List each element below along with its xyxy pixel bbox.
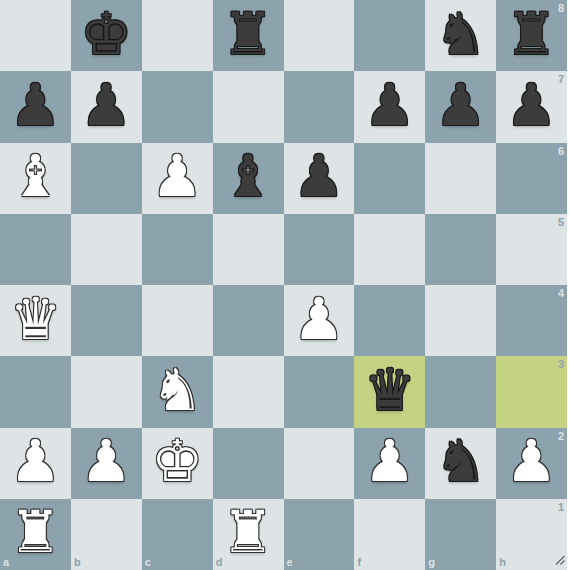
chess-board: ♚♜♞8♜♟♟♟♟7♟♝♟♝♟65♛♟4♞♛3♟♟♚♟♞2♟a♜bcd♜efg1… <box>0 0 567 570</box>
square-g8[interactable]: ♞ <box>425 0 496 71</box>
piece-white-bishop[interactable]: ♝ <box>9 147 61 205</box>
piece-white-pawn[interactable]: ♟ <box>506 432 558 490</box>
square-g4[interactable] <box>425 285 496 356</box>
piece-black-pawn[interactable]: ♟ <box>364 76 416 134</box>
square-a6[interactable]: ♝ <box>0 143 71 214</box>
coord-file-e: e <box>287 557 293 568</box>
square-f3[interactable]: ♛ <box>354 356 425 427</box>
square-d5[interactable] <box>213 214 284 285</box>
piece-white-queen[interactable]: ♛ <box>9 290 61 348</box>
piece-white-pawn[interactable]: ♟ <box>364 432 416 490</box>
piece-black-knight[interactable]: ♞ <box>435 432 487 490</box>
coord-rank-8: 8 <box>558 3 564 14</box>
square-d3[interactable] <box>213 356 284 427</box>
coord-rank-4: 4 <box>558 288 564 299</box>
piece-white-pawn[interactable]: ♟ <box>293 290 345 348</box>
coord-rank-5: 5 <box>558 217 564 228</box>
square-a7[interactable]: ♟ <box>0 71 71 142</box>
square-h8[interactable]: 8♜ <box>496 0 567 71</box>
piece-black-pawn[interactable]: ♟ <box>80 76 132 134</box>
piece-black-pawn[interactable]: ♟ <box>9 76 61 134</box>
square-e4[interactable]: ♟ <box>284 285 355 356</box>
square-c6[interactable]: ♟ <box>142 143 213 214</box>
resize-handle[interactable] <box>554 554 566 566</box>
coord-rank-7: 7 <box>558 74 564 85</box>
piece-white-knight[interactable]: ♞ <box>151 361 203 419</box>
square-a8[interactable] <box>0 0 71 71</box>
square-g5[interactable] <box>425 214 496 285</box>
square-c2[interactable]: ♚ <box>142 428 213 499</box>
square-a1[interactable]: a♜ <box>0 499 71 570</box>
piece-black-rook[interactable]: ♜ <box>222 5 274 63</box>
square-e1[interactable]: e <box>284 499 355 570</box>
square-g1[interactable]: g <box>425 499 496 570</box>
square-a5[interactable] <box>0 214 71 285</box>
square-f6[interactable] <box>354 143 425 214</box>
square-f5[interactable] <box>354 214 425 285</box>
piece-black-pawn[interactable]: ♟ <box>435 76 487 134</box>
square-e7[interactable] <box>284 71 355 142</box>
square-g3[interactable] <box>425 356 496 427</box>
piece-black-king[interactable]: ♚ <box>80 5 132 63</box>
piece-black-pawn[interactable]: ♟ <box>293 147 345 205</box>
coord-file-a: a <box>3 557 9 568</box>
square-b1[interactable]: b <box>71 499 142 570</box>
square-f4[interactable] <box>354 285 425 356</box>
coord-rank-6: 6 <box>558 146 564 157</box>
square-f7[interactable]: ♟ <box>354 71 425 142</box>
square-c3[interactable]: ♞ <box>142 356 213 427</box>
square-f8[interactable] <box>354 0 425 71</box>
coord-file-b: b <box>74 557 81 568</box>
square-c5[interactable] <box>142 214 213 285</box>
square-h6[interactable]: 6 <box>496 143 567 214</box>
square-h4[interactable]: 4 <box>496 285 567 356</box>
coord-file-h: h <box>499 557 506 568</box>
coord-rank-3: 3 <box>558 359 564 370</box>
piece-black-knight[interactable]: ♞ <box>435 5 487 63</box>
piece-white-pawn[interactable]: ♟ <box>9 432 61 490</box>
square-g7[interactable]: ♟ <box>425 71 496 142</box>
square-h7[interactable]: 7♟ <box>496 71 567 142</box>
coord-rank-2: 2 <box>558 431 564 442</box>
square-b7[interactable]: ♟ <box>71 71 142 142</box>
square-d1[interactable]: d♜ <box>213 499 284 570</box>
coord-rank-1: 1 <box>558 502 564 513</box>
coord-file-c: c <box>145 557 151 568</box>
coord-file-f: f <box>357 557 361 568</box>
piece-white-rook[interactable]: ♜ <box>222 503 274 561</box>
square-f1[interactable]: f <box>354 499 425 570</box>
square-a2[interactable]: ♟ <box>0 428 71 499</box>
coord-file-g: g <box>428 557 435 568</box>
piece-white-rook[interactable]: ♜ <box>9 503 61 561</box>
piece-black-queen[interactable]: ♛ <box>364 361 416 419</box>
square-c4[interactable] <box>142 285 213 356</box>
square-g2[interactable]: ♞ <box>425 428 496 499</box>
square-h2[interactable]: 2♟ <box>496 428 567 499</box>
square-e6[interactable]: ♟ <box>284 143 355 214</box>
square-d7[interactable] <box>213 71 284 142</box>
square-h3[interactable]: 3 <box>496 356 567 427</box>
square-b4[interactable] <box>71 285 142 356</box>
square-b6[interactable] <box>71 143 142 214</box>
square-d6[interactable]: ♝ <box>213 143 284 214</box>
square-e3[interactable] <box>284 356 355 427</box>
piece-white-king[interactable]: ♚ <box>151 432 203 490</box>
square-f2[interactable]: ♟ <box>354 428 425 499</box>
piece-white-pawn[interactable]: ♟ <box>80 432 132 490</box>
square-h5[interactable]: 5 <box>496 214 567 285</box>
square-d4[interactable] <box>213 285 284 356</box>
square-g6[interactable] <box>425 143 496 214</box>
piece-white-pawn[interactable]: ♟ <box>151 147 203 205</box>
square-c8[interactable] <box>142 0 213 71</box>
square-e8[interactable] <box>284 0 355 71</box>
piece-black-bishop[interactable]: ♝ <box>222 147 274 205</box>
square-b8[interactable]: ♚ <box>71 0 142 71</box>
square-e2[interactable] <box>284 428 355 499</box>
square-c1[interactable]: c <box>142 499 213 570</box>
chess-board-container: ♚♜♞8♜♟♟♟♟7♟♝♟♝♟65♛♟4♞♛3♟♟♚♟♞2♟a♜bcd♜efg1… <box>0 0 570 570</box>
square-b2[interactable]: ♟ <box>71 428 142 499</box>
piece-black-pawn[interactable]: ♟ <box>506 76 558 134</box>
square-b5[interactable] <box>71 214 142 285</box>
square-e5[interactable] <box>284 214 355 285</box>
square-a4[interactable]: ♛ <box>0 285 71 356</box>
square-b3[interactable] <box>71 356 142 427</box>
square-d2[interactable] <box>213 428 284 499</box>
square-d8[interactable]: ♜ <box>213 0 284 71</box>
piece-black-rook[interactable]: ♜ <box>506 5 558 63</box>
square-c7[interactable] <box>142 71 213 142</box>
square-a3[interactable] <box>0 356 71 427</box>
